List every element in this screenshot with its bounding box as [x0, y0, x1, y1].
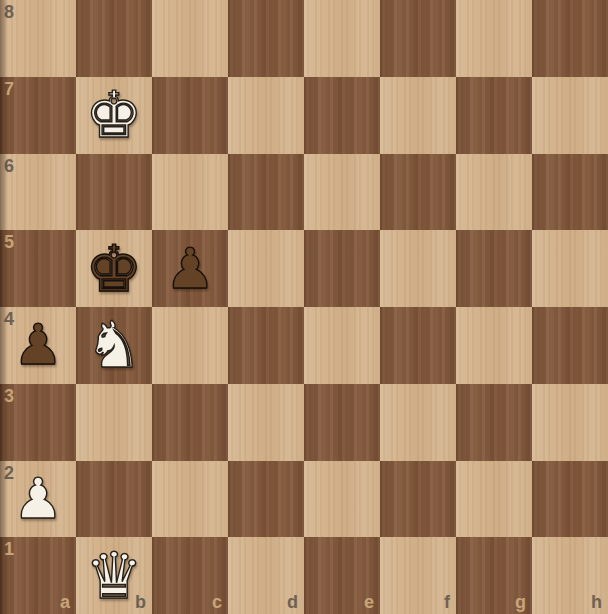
square-d7[interactable] [228, 77, 304, 154]
square-g4[interactable] [456, 307, 532, 384]
file-label-d: d [287, 593, 298, 611]
square-b1[interactable]: b♛ [76, 537, 152, 614]
square-a8[interactable]: 8 [0, 0, 76, 77]
square-h7[interactable] [532, 77, 608, 154]
square-g7[interactable] [456, 77, 532, 154]
square-b8[interactable] [76, 0, 152, 77]
square-d4[interactable] [228, 307, 304, 384]
square-a7[interactable]: 7 [0, 77, 76, 154]
square-c8[interactable] [152, 0, 228, 77]
rank-label-6: 6 [4, 157, 14, 175]
square-b7[interactable]: ♚ [76, 77, 152, 154]
piece-black-king[interactable]: ♚ [76, 230, 152, 307]
square-b5[interactable]: ♚ [76, 230, 152, 307]
file-label-b: b [135, 593, 146, 611]
file-label-a: a [60, 593, 70, 611]
square-a6[interactable]: 6 [0, 154, 76, 231]
rank-label-4: 4 [4, 310, 14, 328]
square-c2[interactable] [152, 461, 228, 538]
square-d6[interactable] [228, 154, 304, 231]
square-f2[interactable] [380, 461, 456, 538]
square-g8[interactable] [456, 0, 532, 77]
square-e3[interactable] [304, 384, 380, 461]
square-g2[interactable] [456, 461, 532, 538]
piece-black-pawn[interactable]: ♟ [152, 230, 228, 307]
square-h1[interactable]: h [532, 537, 608, 614]
file-label-h: h [591, 593, 602, 611]
square-e5[interactable] [304, 230, 380, 307]
square-e8[interactable] [304, 0, 380, 77]
square-e4[interactable] [304, 307, 380, 384]
square-f7[interactable] [380, 77, 456, 154]
file-label-c: c [212, 593, 222, 611]
rank-label-7: 7 [4, 80, 14, 98]
rank-label-3: 3 [4, 387, 14, 405]
square-a3[interactable]: 3 [0, 384, 76, 461]
rank-label-5: 5 [4, 233, 14, 251]
square-g1[interactable]: g [456, 537, 532, 614]
square-b6[interactable] [76, 154, 152, 231]
piece-white-king[interactable]: ♚ [76, 77, 152, 154]
square-e1[interactable]: e [304, 537, 380, 614]
square-a4[interactable]: 4♟ [0, 307, 76, 384]
square-g5[interactable] [456, 230, 532, 307]
square-f1[interactable]: f [380, 537, 456, 614]
square-d3[interactable] [228, 384, 304, 461]
square-c4[interactable] [152, 307, 228, 384]
square-c6[interactable] [152, 154, 228, 231]
file-label-e: e [364, 593, 374, 611]
square-c5[interactable]: ♟ [152, 230, 228, 307]
square-f5[interactable] [380, 230, 456, 307]
rank-label-1: 1 [4, 540, 14, 558]
square-g3[interactable] [456, 384, 532, 461]
square-e6[interactable] [304, 154, 380, 231]
rank-label-2: 2 [4, 464, 14, 482]
square-f8[interactable] [380, 0, 456, 77]
square-f3[interactable] [380, 384, 456, 461]
file-label-g: g [515, 593, 526, 611]
square-f6[interactable] [380, 154, 456, 231]
square-c7[interactable] [152, 77, 228, 154]
square-d8[interactable] [228, 0, 304, 77]
square-a2[interactable]: 2♟ [0, 461, 76, 538]
square-f4[interactable] [380, 307, 456, 384]
square-d2[interactable] [228, 461, 304, 538]
square-h4[interactable] [532, 307, 608, 384]
square-c1[interactable]: c [152, 537, 228, 614]
square-h2[interactable] [532, 461, 608, 538]
file-label-f: f [444, 593, 450, 611]
square-d5[interactable] [228, 230, 304, 307]
square-b2[interactable] [76, 461, 152, 538]
square-e2[interactable] [304, 461, 380, 538]
square-g6[interactable] [456, 154, 532, 231]
square-a1[interactable]: 1a [0, 537, 76, 614]
square-c3[interactable] [152, 384, 228, 461]
square-e7[interactable] [304, 77, 380, 154]
square-h3[interactable] [532, 384, 608, 461]
piece-white-knight[interactable]: ♞ [76, 307, 152, 384]
chess-board-container: 87♚65♚♟4♟♞32♟1ab♛cdefgh [0, 0, 608, 614]
square-h8[interactable] [532, 0, 608, 77]
square-h5[interactable] [532, 230, 608, 307]
chess-board: 87♚65♚♟4♟♞32♟1ab♛cdefgh [0, 0, 608, 614]
square-h6[interactable] [532, 154, 608, 231]
square-b4[interactable]: ♞ [76, 307, 152, 384]
square-d1[interactable]: d [228, 537, 304, 614]
square-a5[interactable]: 5 [0, 230, 76, 307]
rank-label-8: 8 [4, 3, 14, 21]
square-b3[interactable] [76, 384, 152, 461]
